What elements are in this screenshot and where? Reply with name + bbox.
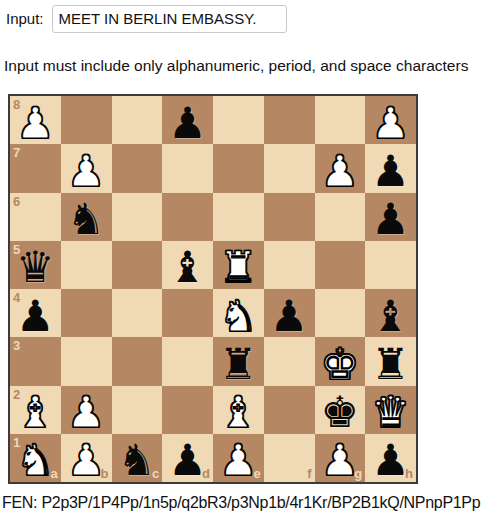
white-bishop: ♝ [16, 391, 55, 434]
square-h2: ♛ [365, 386, 416, 434]
square-a1: 1a♞ [10, 434, 61, 482]
square-h7: ♟ [365, 144, 416, 192]
square-g3: ♚ [315, 337, 366, 385]
black-pawn: ♟ [270, 295, 309, 338]
white-queen: ♛ [371, 391, 410, 434]
square-f4: ♟ [264, 289, 315, 337]
square-d7 [162, 144, 213, 192]
square-h3: ♜ [365, 337, 416, 385]
rank-label-3: 3 [13, 339, 20, 352]
square-b1: b♟ [61, 434, 112, 482]
black-rook: ♜ [371, 343, 410, 386]
white-pawn: ♟ [321, 150, 360, 193]
square-d3 [162, 337, 213, 385]
square-b8 [61, 96, 112, 144]
square-h6: ♟ [365, 193, 416, 241]
black-knight: ♞ [118, 439, 157, 482]
square-b5 [61, 241, 112, 289]
square-a7: 7 [10, 144, 61, 192]
white-pawn: ♟ [16, 102, 55, 145]
square-g4 [315, 289, 366, 337]
input-label: Input: [6, 10, 44, 27]
rank-label-7: 7 [13, 146, 20, 159]
square-e1: e♟ [213, 434, 264, 482]
square-e5: ♜ [213, 241, 264, 289]
square-d4 [162, 289, 213, 337]
black-pawn: ♟ [371, 150, 410, 193]
square-f5 [264, 241, 315, 289]
validation-message: Input must include only alphanumeric, pe… [4, 57, 468, 75]
black-king: ♚ [321, 391, 360, 434]
square-d1: d♟ [162, 434, 213, 482]
white-pawn: ♟ [371, 102, 410, 145]
input-row: Input: [6, 4, 287, 33]
square-c4 [112, 289, 163, 337]
square-c6 [112, 193, 163, 241]
white-pawn: ♟ [67, 439, 106, 482]
fen-label: FEN: [2, 494, 37, 511]
square-f7 [264, 144, 315, 192]
square-a8: 8♟ [10, 96, 61, 144]
square-e6 [213, 193, 264, 241]
square-c7 [112, 144, 163, 192]
black-bishop: ♝ [371, 295, 410, 338]
square-c8 [112, 96, 163, 144]
square-d5: ♝ [162, 241, 213, 289]
square-h8: ♟ [365, 96, 416, 144]
white-rook: ♜ [219, 246, 258, 289]
square-a4: 4♟ [10, 289, 61, 337]
black-pawn: ♟ [371, 198, 410, 241]
square-f1: f [264, 434, 315, 482]
black-queen: ♛ [16, 246, 55, 289]
square-c5 [112, 241, 163, 289]
chess-board: 8♟♟♟7♟♟♟6♞♟5♛♝♜4♟♞♟♝3♜♚♜2♝♟♝♚♛1a♞b♟c♞d♟e… [8, 94, 418, 484]
white-pawn: ♟ [67, 150, 106, 193]
black-bishop: ♝ [168, 246, 207, 289]
square-f6 [264, 193, 315, 241]
black-pawn: ♟ [371, 439, 410, 482]
square-c1: c♞ [112, 434, 163, 482]
white-knight: ♞ [16, 439, 55, 482]
file-label-f: f [307, 467, 311, 480]
square-d6 [162, 193, 213, 241]
square-b3 [61, 337, 112, 385]
square-g8 [315, 96, 366, 144]
square-h5 [365, 241, 416, 289]
square-c3 [112, 337, 163, 385]
square-e8 [213, 96, 264, 144]
square-f2 [264, 386, 315, 434]
square-h1: h♟ [365, 434, 416, 482]
square-a6: 6 [10, 193, 61, 241]
fen-line: FEN: P2p3P/1P4Pp/1n5p/q2bR3/p3Np1b/4r1Kr… [2, 494, 480, 512]
black-knight: ♞ [67, 198, 106, 241]
white-knight: ♞ [219, 295, 258, 338]
square-g1: g♟ [315, 434, 366, 482]
square-e3: ♜ [213, 337, 264, 385]
square-b4 [61, 289, 112, 337]
white-bishop: ♝ [219, 391, 258, 434]
fen-value: P2p3P/1P4Pp/1n5p/q2bR3/p3Np1b/4r1Kr/BP2B… [41, 494, 480, 511]
square-e2: ♝ [213, 386, 264, 434]
white-pawn: ♟ [67, 391, 106, 434]
square-f3 [264, 337, 315, 385]
square-g5 [315, 241, 366, 289]
square-g6 [315, 193, 366, 241]
square-f8 [264, 96, 315, 144]
rank-label-6: 6 [13, 195, 20, 208]
text-input[interactable] [52, 5, 287, 33]
square-g2: ♚ [315, 386, 366, 434]
black-rook: ♜ [219, 343, 258, 386]
square-a5: 5♛ [10, 241, 61, 289]
white-pawn: ♟ [219, 439, 258, 482]
white-pawn: ♟ [321, 439, 360, 482]
square-a2: 2♝ [10, 386, 61, 434]
black-pawn: ♟ [168, 102, 207, 145]
square-c2 [112, 386, 163, 434]
square-e4: ♞ [213, 289, 264, 337]
square-b2: ♟ [61, 386, 112, 434]
square-b6: ♞ [61, 193, 112, 241]
square-e7 [213, 144, 264, 192]
square-b7: ♟ [61, 144, 112, 192]
square-a3: 3 [10, 337, 61, 385]
black-pawn: ♟ [168, 439, 207, 482]
white-king: ♚ [321, 343, 360, 386]
square-g7: ♟ [315, 144, 366, 192]
black-pawn: ♟ [16, 295, 55, 338]
square-d8: ♟ [162, 96, 213, 144]
square-d2 [162, 386, 213, 434]
square-h4: ♝ [365, 289, 416, 337]
